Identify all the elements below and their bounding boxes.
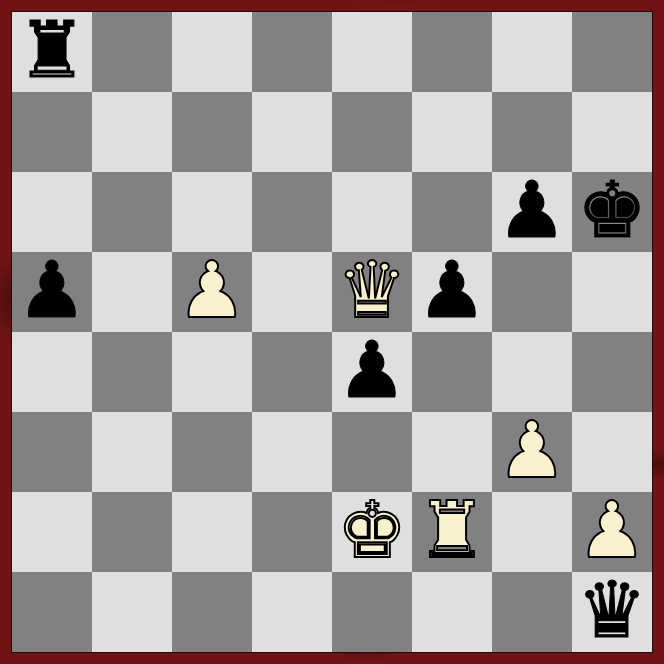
square-c6[interactable]	[172, 172, 252, 252]
square-a5[interactable]: ♟	[12, 252, 92, 332]
black-rook[interactable]: ♜	[17, 11, 87, 89]
square-h1[interactable]: ♛	[572, 572, 652, 652]
board-frame: ♜♟♚♟♟♛♟♟♟♚♜♟♛	[0, 0, 664, 664]
white-queen[interactable]: ♛	[337, 251, 407, 329]
square-b5[interactable]	[92, 252, 172, 332]
square-g6[interactable]: ♟	[492, 172, 572, 252]
square-f6[interactable]	[412, 172, 492, 252]
square-f4[interactable]	[412, 332, 492, 412]
square-d6[interactable]	[252, 172, 332, 252]
white-pawn[interactable]: ♟	[497, 411, 567, 489]
square-d2[interactable]	[252, 492, 332, 572]
square-h4[interactable]	[572, 332, 652, 412]
white-pawn[interactable]: ♟	[177, 251, 247, 329]
square-b7[interactable]	[92, 92, 172, 172]
square-e1[interactable]	[332, 572, 412, 652]
black-pawn[interactable]: ♟	[337, 331, 407, 409]
square-g7[interactable]	[492, 92, 572, 172]
white-rook[interactable]: ♜	[417, 491, 487, 569]
square-g5[interactable]	[492, 252, 572, 332]
square-d5[interactable]	[252, 252, 332, 332]
square-b2[interactable]	[92, 492, 172, 572]
square-d4[interactable]	[252, 332, 332, 412]
square-c1[interactable]	[172, 572, 252, 652]
black-pawn[interactable]: ♟	[17, 251, 87, 329]
square-e3[interactable]	[332, 412, 412, 492]
square-h8[interactable]	[572, 12, 652, 92]
square-d8[interactable]	[252, 12, 332, 92]
square-c3[interactable]	[172, 412, 252, 492]
square-g8[interactable]	[492, 12, 572, 92]
square-b1[interactable]	[92, 572, 172, 652]
square-b8[interactable]	[92, 12, 172, 92]
square-b3[interactable]	[92, 412, 172, 492]
square-h6[interactable]: ♚	[572, 172, 652, 252]
square-e4[interactable]: ♟	[332, 332, 412, 412]
square-e5[interactable]: ♛	[332, 252, 412, 332]
square-e6[interactable]	[332, 172, 412, 252]
black-pawn[interactable]: ♟	[497, 171, 567, 249]
square-c2[interactable]	[172, 492, 252, 572]
square-d3[interactable]	[252, 412, 332, 492]
square-f3[interactable]	[412, 412, 492, 492]
square-c7[interactable]	[172, 92, 252, 172]
square-a1[interactable]	[12, 572, 92, 652]
square-c8[interactable]	[172, 12, 252, 92]
square-f2[interactable]: ♜	[412, 492, 492, 572]
square-h2[interactable]: ♟	[572, 492, 652, 572]
square-g4[interactable]	[492, 332, 572, 412]
square-a6[interactable]	[12, 172, 92, 252]
square-g2[interactable]	[492, 492, 572, 572]
square-a3[interactable]	[12, 412, 92, 492]
square-e8[interactable]	[332, 12, 412, 92]
square-f7[interactable]	[412, 92, 492, 172]
white-pawn[interactable]: ♟	[577, 491, 647, 569]
square-f1[interactable]	[412, 572, 492, 652]
square-b6[interactable]	[92, 172, 172, 252]
square-f5[interactable]: ♟	[412, 252, 492, 332]
square-d1[interactable]	[252, 572, 332, 652]
black-pawn[interactable]: ♟	[417, 251, 487, 329]
square-b4[interactable]	[92, 332, 172, 412]
black-queen[interactable]: ♛	[577, 571, 647, 649]
square-g3[interactable]: ♟	[492, 412, 572, 492]
square-g1[interactable]	[492, 572, 572, 652]
square-d7[interactable]	[252, 92, 332, 172]
square-a4[interactable]	[12, 332, 92, 412]
square-f8[interactable]	[412, 12, 492, 92]
square-e7[interactable]	[332, 92, 412, 172]
square-c4[interactable]	[172, 332, 252, 412]
square-c5[interactable]: ♟	[172, 252, 252, 332]
square-a2[interactable]	[12, 492, 92, 572]
square-h5[interactable]	[572, 252, 652, 332]
square-a7[interactable]	[12, 92, 92, 172]
black-king[interactable]: ♚	[577, 171, 647, 249]
chess-board: ♜♟♚♟♟♛♟♟♟♚♜♟♛	[12, 12, 652, 652]
square-h7[interactable]	[572, 92, 652, 172]
square-h3[interactable]	[572, 412, 652, 492]
square-a8[interactable]: ♜	[12, 12, 92, 92]
white-king[interactable]: ♚	[337, 491, 407, 569]
square-e2[interactable]: ♚	[332, 492, 412, 572]
